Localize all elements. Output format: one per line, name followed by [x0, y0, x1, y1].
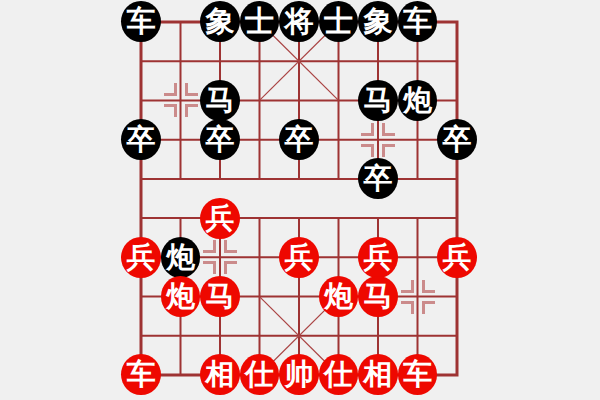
piece-red-soldier[interactable]: 兵: [121, 237, 161, 278]
board-point: 车: [121, 355, 161, 394]
piece-red-general[interactable]: 帅: [279, 354, 319, 395]
board-point: 象: [200, 2, 240, 41]
last-move-marker: [361, 123, 395, 157]
piece-black-soldier[interactable]: 卒: [121, 119, 161, 160]
board-point: 兵: [121, 238, 161, 277]
piece-black-elephant[interactable]: 象: [200, 1, 240, 42]
piece-black-advisor[interactable]: 士: [240, 1, 280, 42]
board-point: 车: [398, 355, 438, 394]
marker-corner: [422, 280, 435, 293]
board-point: 将: [279, 2, 319, 41]
piece-red-chariot[interactable]: 车: [121, 354, 161, 395]
marker-corner: [224, 240, 237, 253]
piece-red-advisor[interactable]: 仕: [319, 354, 359, 395]
marker-corner: [224, 261, 237, 274]
piece-red-advisor[interactable]: 仕: [240, 354, 280, 395]
piece-red-soldier[interactable]: 兵: [200, 198, 240, 239]
marker-corner: [382, 123, 395, 136]
piece-black-soldier[interactable]: 卒: [358, 158, 398, 199]
board-point: [398, 277, 438, 316]
piece-red-elephant[interactable]: 相: [200, 354, 240, 395]
board-point: 车: [398, 2, 438, 41]
board-point: 士: [319, 2, 359, 41]
marker-corner: [185, 83, 198, 96]
board-point: 车: [121, 2, 161, 41]
marker-corner: [361, 123, 374, 136]
board-point: 卒: [358, 159, 398, 198]
last-move-marker: [401, 280, 435, 314]
piece-black-advisor[interactable]: 士: [319, 1, 359, 42]
board-point: 兵: [437, 238, 477, 277]
marker-corner: [203, 240, 216, 253]
piece-red-chariot[interactable]: 车: [398, 354, 438, 395]
board-point: 马: [200, 277, 240, 316]
board-point: [200, 238, 240, 277]
board-point: 士: [240, 2, 280, 41]
board-point: 仕: [319, 355, 359, 394]
piece-black-cannon[interactable]: 炮: [161, 237, 201, 278]
board-grid: 车象士将士象车马马炮卒卒卒卒卒炮兵兵兵兵兵炮马炮马车相仕帅仕相车: [121, 2, 477, 394]
board-point: 卒: [279, 120, 319, 159]
board-point: 卒: [200, 120, 240, 159]
piece-red-elephant[interactable]: 相: [358, 354, 398, 395]
board-point: 卒: [121, 120, 161, 159]
piece-black-general[interactable]: 将: [279, 1, 319, 42]
piece-red-cannon[interactable]: 炮: [319, 276, 359, 317]
last-move-marker: [164, 83, 198, 117]
piece-black-chariot[interactable]: 车: [398, 1, 438, 42]
board-point: 炮: [319, 277, 359, 316]
piece-red-horse[interactable]: 马: [358, 276, 398, 317]
piece-black-chariot[interactable]: 车: [121, 1, 161, 42]
piece-black-elephant[interactable]: 象: [358, 1, 398, 42]
piece-black-horse[interactable]: 马: [200, 80, 240, 121]
marker-corner: [164, 104, 177, 117]
piece-black-soldier[interactable]: 卒: [279, 119, 319, 160]
marker-corner: [422, 301, 435, 314]
marker-corner: [382, 144, 395, 157]
board-point: 卒: [437, 120, 477, 159]
piece-black-soldier[interactable]: 卒: [200, 119, 240, 160]
marker-corner: [164, 83, 177, 96]
marker-corner: [203, 261, 216, 274]
marker-corner: [361, 144, 374, 157]
board-point: [161, 81, 201, 120]
piece-red-soldier[interactable]: 兵: [279, 237, 319, 278]
board-point: 兵: [200, 198, 240, 237]
board-point: 炮: [161, 277, 201, 316]
board-point: 兵: [358, 238, 398, 277]
piece-black-soldier[interactable]: 卒: [437, 119, 477, 160]
board-point: 相: [200, 355, 240, 394]
board-point: 炮: [161, 238, 201, 277]
piece-black-cannon[interactable]: 炮: [398, 80, 438, 121]
piece-black-horse[interactable]: 马: [358, 80, 398, 121]
piece-red-cannon[interactable]: 炮: [161, 276, 201, 317]
piece-red-horse[interactable]: 马: [200, 276, 240, 317]
board-point: 帅: [279, 355, 319, 394]
board-point: 炮: [398, 81, 438, 120]
board-point: [358, 120, 398, 159]
board-point: 兵: [279, 238, 319, 277]
board-point: 马: [358, 277, 398, 316]
last-move-marker: [203, 240, 237, 274]
board-point: 仕: [240, 355, 280, 394]
marker-corner: [185, 104, 198, 117]
piece-red-soldier[interactable]: 兵: [358, 237, 398, 278]
board-point: 马: [200, 81, 240, 120]
board-point: 象: [358, 2, 398, 41]
marker-corner: [401, 301, 414, 314]
marker-corner: [401, 280, 414, 293]
app-background: 车象士将士象车马马炮卒卒卒卒卒炮兵兵兵兵兵炮马炮马车相仕帅仕相车: [0, 0, 600, 400]
board-point: 马: [358, 81, 398, 120]
board-point: 相: [358, 355, 398, 394]
piece-red-soldier[interactable]: 兵: [437, 237, 477, 278]
